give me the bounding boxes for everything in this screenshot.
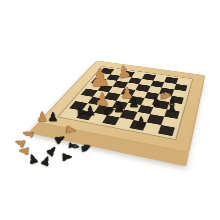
chess-piece-pawn[interactable]: ♟ — [61, 151, 73, 162]
chess-piece-pawn[interactable]: ♟ — [116, 63, 133, 81]
chess-piece-pawn[interactable]: ♟ — [36, 110, 48, 123]
chess-piece-pawn[interactable]: ♟ — [151, 96, 161, 107]
chess-piece-pawn[interactable]: ♟ — [64, 124, 78, 137]
chess-piece-pawn[interactable]: ♟ — [39, 153, 53, 168]
product-photo: ♟♟♟♟♞♝♞♟♟♟♟♟♟♟♟♝♟♟♟♟♝♟♟♟♟♞ — [0, 0, 220, 220]
chess-piece-pawn[interactable]: ♟ — [129, 97, 140, 109]
chess-piece-pawn[interactable]: ♟ — [26, 152, 40, 167]
chess-piece-knight[interactable]: ♞ — [79, 141, 93, 154]
chess-piece-pawn[interactable]: ♟ — [135, 115, 147, 128]
chess-piece-pawn[interactable]: ♟ — [76, 107, 87, 117]
chess-piece-bishop[interactable]: ♝ — [165, 99, 178, 114]
chess-piece-pawn[interactable]: ♟ — [113, 101, 125, 114]
chess-piece-pawn[interactable]: ♟ — [48, 111, 59, 123]
chess-piece-pawn[interactable]: ♟ — [89, 66, 111, 90]
pieces-layer: ♟♟♟♟♞♝♞♟♟♟♟♟♟♟♟♝♟♟♟♟♝♟♟♟♟♞ — [0, 0, 220, 220]
